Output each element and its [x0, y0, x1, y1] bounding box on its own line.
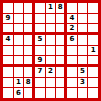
cell-r6c3[interactable] [24, 56, 34, 66]
cell-r8c9[interactable] [88, 78, 98, 88]
cell-r7c2[interactable] [14, 67, 24, 77]
cell-r4c4: 5 [35, 35, 45, 45]
cell-r7c7[interactable] [67, 67, 77, 77]
cell-r5c3[interactable] [24, 46, 34, 56]
cell-r1c3[interactable] [24, 3, 34, 13]
cell-r6c4: 9 [35, 56, 45, 66]
cell-r7c8: 5 [78, 67, 88, 77]
cell-r3c6[interactable] [56, 24, 66, 34]
cell-r4c7: 6 [67, 35, 77, 45]
cell-r8c8: 3 [78, 78, 88, 88]
cell-r9c7[interactable] [67, 88, 77, 98]
cell-r9c5[interactable] [46, 88, 56, 98]
cell-r4c3[interactable] [24, 35, 34, 45]
cell-r8c1[interactable] [3, 78, 13, 88]
cell-r2c4[interactable] [35, 14, 45, 24]
cell-r3c2[interactable] [14, 24, 24, 34]
cell-r4c9[interactable] [88, 35, 98, 45]
cell-r2c3[interactable] [24, 14, 34, 24]
cell-r1c8[interactable] [78, 3, 88, 13]
cell-r8c5[interactable] [46, 78, 56, 88]
cell-r6c5[interactable] [46, 56, 56, 66]
cell-r5c1[interactable] [3, 46, 13, 56]
cell-r9c2: 6 [14, 88, 24, 98]
cell-r4c5[interactable] [46, 35, 56, 45]
cell-r6c2[interactable] [14, 56, 24, 66]
cell-r3c3[interactable] [24, 24, 34, 34]
sudoku-board: 18942456197251836 [0, 0, 101, 101]
cell-r2c9[interactable] [88, 14, 98, 24]
cell-r9c1[interactable] [3, 88, 13, 98]
cell-r1c7[interactable] [67, 3, 77, 13]
cell-r3c9[interactable] [88, 24, 98, 34]
cell-r4c6[interactable] [56, 35, 66, 45]
cell-r7c4: 7 [35, 67, 45, 77]
cell-r3c8[interactable] [78, 24, 88, 34]
cell-r3c4[interactable] [35, 24, 45, 34]
cell-r7c6[interactable] [56, 67, 66, 77]
cell-r5c5[interactable] [46, 46, 56, 56]
cell-r1c2[interactable] [14, 3, 24, 13]
cell-r6c1[interactable] [3, 56, 13, 66]
cell-r5c2[interactable] [14, 46, 24, 56]
cell-r6c8[interactable] [78, 56, 88, 66]
cell-r1c6: 8 [56, 3, 66, 13]
cell-r5c8[interactable] [78, 46, 88, 56]
cell-r7c9[interactable] [88, 67, 98, 77]
cell-r8c7[interactable] [67, 78, 77, 88]
cell-r8c6[interactable] [56, 78, 66, 88]
cell-r3c5[interactable] [46, 24, 56, 34]
cell-r4c2[interactable] [14, 35, 24, 45]
cell-r5c9: 1 [88, 46, 98, 56]
cell-r5c6[interactable] [56, 46, 66, 56]
cell-r6c9[interactable] [88, 56, 98, 66]
cell-r8c3: 8 [24, 78, 34, 88]
cell-r9c8[interactable] [78, 88, 88, 98]
cell-r2c6[interactable] [56, 14, 66, 24]
cell-r7c5: 2 [46, 67, 56, 77]
cell-r3c1[interactable] [3, 24, 13, 34]
cell-r8c2: 1 [14, 78, 24, 88]
cell-r8c4[interactable] [35, 78, 45, 88]
cell-r3c7: 2 [67, 24, 77, 34]
cell-r4c8[interactable] [78, 35, 88, 45]
cell-r9c4[interactable] [35, 88, 45, 98]
cell-r2c1: 9 [3, 14, 13, 24]
cell-r9c3[interactable] [24, 88, 34, 98]
cell-r9c6[interactable] [56, 88, 66, 98]
cell-r1c9[interactable] [88, 3, 98, 13]
cell-r2c7: 4 [67, 14, 77, 24]
cell-r5c7[interactable] [67, 46, 77, 56]
cell-r9c9[interactable] [88, 88, 98, 98]
cell-r7c1[interactable] [3, 67, 13, 77]
cell-r7c3[interactable] [24, 67, 34, 77]
cell-r2c2[interactable] [14, 14, 24, 24]
cell-r1c1[interactable] [3, 3, 13, 13]
cell-r6c7[interactable] [67, 56, 77, 66]
cell-r6c6[interactable] [56, 56, 66, 66]
cell-r4c1: 4 [3, 35, 13, 45]
cell-r5c4[interactable] [35, 46, 45, 56]
cell-r1c5: 1 [46, 3, 56, 13]
cell-r1c4[interactable] [35, 3, 45, 13]
cell-r2c5[interactable] [46, 14, 56, 24]
cell-r2c8[interactable] [78, 14, 88, 24]
